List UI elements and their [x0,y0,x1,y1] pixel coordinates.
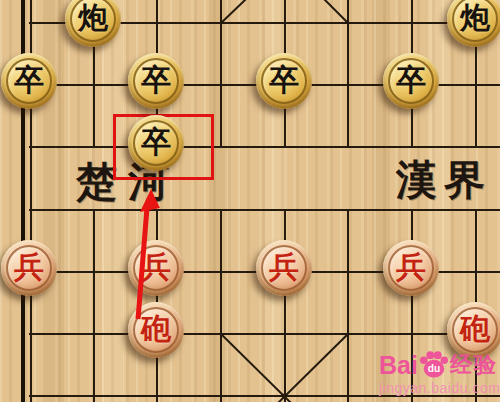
watermark-url: jingyan.baidu.com [379,380,500,396]
xiangqi-board[interactable]: 楚河 漢界 炮炮卒卒卒卒卒兵兵兵兵砲砲 Bai du 经验 jingyan.ba… [0,0,500,402]
baidu-paw-icon: du [419,350,449,378]
watermark-brand-right: 经验 [450,350,498,380]
watermark: Bai du 经验 jingyan.baidu.com [379,352,500,396]
paw-du-text: du [428,363,441,374]
move-arrow [0,0,500,402]
watermark-brand-left: Bai [379,351,418,380]
